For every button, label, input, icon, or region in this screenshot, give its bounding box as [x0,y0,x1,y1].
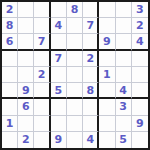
sudoku-cell-r5c3[interactable]: 2 [34,67,50,83]
sudoku-cell-r2c8[interactable] [116,18,132,34]
sudoku-cell-r7c7[interactable] [99,99,115,115]
sudoku-cell-r2c7[interactable] [99,18,115,34]
sudoku-cell-r2c2[interactable] [18,18,34,34]
sudoku-cell-r8c9[interactable]: 9 [132,116,148,132]
sudoku-cell-r7c1[interactable] [2,99,18,115]
sudoku-cell-r3c6[interactable] [83,34,99,50]
sudoku-cell-r1c3[interactable] [34,2,50,18]
sudoku-cell-r3c3[interactable]: 7 [34,34,50,50]
sudoku-cell-r1c9[interactable]: 3 [132,2,148,18]
sudoku-cell-r4c4[interactable]: 7 [51,51,67,67]
sudoku-cell-r1c1[interactable]: 2 [2,2,18,18]
sudoku-board: 283847267947221958463192945 [0,0,150,150]
sudoku-cell-r9c1[interactable] [2,132,18,148]
sudoku-cell-r3c4[interactable] [51,34,67,50]
sudoku-cell-r5c2[interactable] [18,67,34,83]
sudoku-cell-r4c8[interactable] [116,51,132,67]
sudoku-cell-r3c7[interactable]: 9 [99,34,115,50]
sudoku-cell-r9c4[interactable]: 9 [51,132,67,148]
sudoku-cell-r8c8[interactable] [116,116,132,132]
sudoku-cell-r8c7[interactable] [99,116,115,132]
sudoku-cell-r8c3[interactable] [34,116,50,132]
sudoku-cell-r9c5[interactable] [67,132,83,148]
sudoku-cell-r3c2[interactable] [18,34,34,50]
sudoku-cell-r1c6[interactable] [83,2,99,18]
sudoku-cell-r5c4[interactable] [51,67,67,83]
sudoku-cell-r9c7[interactable] [99,132,115,148]
sudoku-cell-r2c4[interactable]: 4 [51,18,67,34]
sudoku-cell-r6c2[interactable]: 9 [18,83,34,99]
sudoku-cell-r1c8[interactable] [116,2,132,18]
sudoku-cell-r9c8[interactable]: 5 [116,132,132,148]
sudoku-cell-r5c5[interactable] [67,67,83,83]
sudoku-cell-r4c3[interactable] [34,51,50,67]
sudoku-cell-r5c1[interactable] [2,67,18,83]
sudoku-cell-r9c9[interactable] [132,132,148,148]
sudoku-cell-r3c9[interactable]: 4 [132,34,148,50]
sudoku-cell-r7c5[interactable] [67,99,83,115]
sudoku-cell-r6c7[interactable] [99,83,115,99]
sudoku-cell-r1c5[interactable]: 8 [67,2,83,18]
sudoku-cell-r8c1[interactable]: 1 [2,116,18,132]
sudoku-cell-r3c5[interactable] [67,34,83,50]
sudoku-cell-r6c1[interactable] [2,83,18,99]
sudoku-cell-r1c2[interactable] [18,2,34,18]
sudoku-cell-r2c5[interactable] [67,18,83,34]
sudoku-cell-r9c3[interactable] [34,132,50,148]
sudoku-cell-r1c4[interactable] [51,2,67,18]
sudoku-cell-r8c5[interactable] [67,116,83,132]
sudoku-cell-r7c3[interactable] [34,99,50,115]
sudoku-cell-r8c6[interactable] [83,116,99,132]
sudoku-cell-r2c6[interactable]: 7 [83,18,99,34]
sudoku-cell-r6c4[interactable]: 5 [51,83,67,99]
sudoku-cell-r8c2[interactable] [18,116,34,132]
sudoku-cell-r4c5[interactable] [67,51,83,67]
sudoku-cell-r3c8[interactable] [116,34,132,50]
sudoku-cell-r4c2[interactable] [18,51,34,67]
sudoku-cell-r7c9[interactable] [132,99,148,115]
sudoku-cell-r4c9[interactable] [132,51,148,67]
sudoku-cell-r4c7[interactable] [99,51,115,67]
sudoku-cell-r7c2[interactable]: 6 [18,99,34,115]
sudoku-cell-r7c4[interactable] [51,99,67,115]
sudoku-cell-r1c7[interactable] [99,2,115,18]
sudoku-cell-r4c6[interactable]: 2 [83,51,99,67]
sudoku-cell-r3c1[interactable]: 6 [2,34,18,50]
sudoku-cell-r5c7[interactable]: 1 [99,67,115,83]
sudoku-cell-r8c4[interactable] [51,116,67,132]
sudoku-cell-r6c5[interactable] [67,83,83,99]
sudoku-cell-r9c6[interactable]: 4 [83,132,99,148]
sudoku-cell-r7c6[interactable] [83,99,99,115]
sudoku-cell-r5c9[interactable] [132,67,148,83]
sudoku-cell-r4c1[interactable] [2,51,18,67]
sudoku-cell-r5c6[interactable] [83,67,99,83]
sudoku-cell-r6c9[interactable] [132,83,148,99]
sudoku-cell-r6c6[interactable]: 8 [83,83,99,99]
sudoku-cell-r6c8[interactable]: 4 [116,83,132,99]
sudoku-cell-r9c2[interactable]: 2 [18,132,34,148]
sudoku-cell-r2c3[interactable] [34,18,50,34]
sudoku-cell-r2c1[interactable]: 8 [2,18,18,34]
sudoku-cell-r2c9[interactable]: 2 [132,18,148,34]
sudoku-cell-r7c8[interactable]: 3 [116,99,132,115]
sudoku-cell-r6c3[interactable] [34,83,50,99]
sudoku-cell-r5c8[interactable] [116,67,132,83]
